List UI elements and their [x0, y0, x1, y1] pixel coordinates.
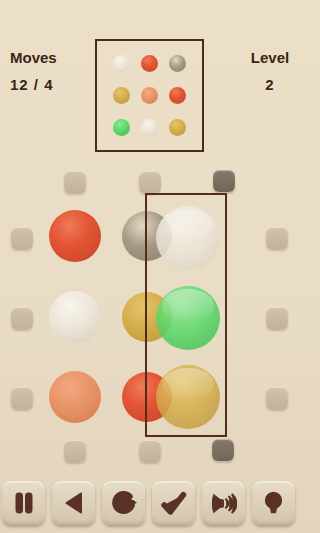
handle-col1-bottom[interactable]: [64, 440, 86, 462]
sound-button[interactable]: [202, 481, 245, 525]
handle-col2-bottom[interactable]: [139, 440, 161, 462]
confirm-button[interactable]: [152, 481, 195, 525]
checkmark-icon: [160, 490, 187, 517]
ball-r3c3-gold-selected[interactable]: [156, 365, 220, 429]
handle-row2-left[interactable]: [11, 307, 33, 329]
ball-r1c3-white-selected[interactable]: [156, 206, 220, 270]
speaker-icon: [210, 490, 237, 517]
handle-row1-right[interactable]: [266, 227, 288, 249]
handle-row2-right[interactable]: [266, 307, 288, 329]
restart-icon: [110, 490, 137, 517]
game-board: [0, 0, 300, 533]
back-icon: [61, 490, 87, 516]
back-button[interactable]: [52, 481, 95, 525]
handle-col1-top[interactable]: [64, 171, 86, 193]
handle-row1-left[interactable]: [11, 227, 33, 249]
restart-button[interactable]: [102, 481, 145, 525]
handle-col2-top[interactable]: [139, 171, 161, 193]
handle-row3-right[interactable]: [266, 387, 288, 409]
pause-icon: [11, 490, 37, 516]
lightbulb-icon: [260, 490, 287, 517]
ball-r2c1-white[interactable]: [49, 291, 101, 343]
handle-row3-left[interactable]: [11, 387, 33, 409]
handle-col3-top[interactable]: [213, 170, 235, 192]
handle-col3-bottom[interactable]: [212, 439, 234, 461]
hint-button[interactable]: [252, 481, 295, 525]
ball-r2c3-green-selected[interactable]: [156, 286, 220, 350]
ball-r3c1-salmon[interactable]: [49, 371, 101, 423]
pause-button[interactable]: [2, 481, 45, 525]
ball-r1c1-red[interactable]: [49, 210, 101, 262]
